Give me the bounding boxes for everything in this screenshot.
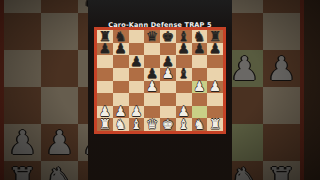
square-a7: ♟	[97, 43, 113, 56]
black-pawn: ♟	[176, 43, 192, 56]
square-b5	[41, 13, 78, 50]
square-c1: ♝	[129, 118, 145, 131]
square-h3	[263, 87, 300, 124]
square-a4	[4, 50, 41, 87]
square-c5	[129, 68, 145, 81]
white-king: ♚	[160, 118, 176, 131]
square-g7: ♟	[192, 43, 208, 56]
chess-board-container: ♜♞♛♚♝♞♜♟♟♟♟♟♟♟♟♟♝♟♟♟♟♟♟♟♜♞♝♛♚♝♞♜	[94, 27, 226, 134]
black-pawn: ♟	[113, 43, 129, 56]
square-e5: ♟	[160, 68, 176, 81]
square-h7: ♟	[207, 43, 223, 56]
square-h6	[207, 55, 223, 68]
square-h4: ♟	[263, 50, 300, 87]
square-e3	[160, 93, 176, 106]
white-rook: ♜	[97, 118, 113, 131]
square-b4	[41, 50, 78, 87]
square-d7	[144, 43, 160, 56]
black-pawn: ♟	[129, 55, 145, 68]
square-f4	[176, 81, 192, 94]
white-knight: ♞	[113, 118, 129, 131]
black-king: ♚	[160, 30, 176, 43]
square-a6	[97, 55, 113, 68]
square-e1: ♚	[160, 118, 176, 131]
square-b2: ♟	[41, 124, 78, 161]
square-b7: ♟	[113, 43, 129, 56]
chess-board: ♜♞♛♚♝♞♜♟♟♟♟♟♟♟♟♟♝♟♟♟♟♟♟♟♜♞♝♛♚♝♞♜	[94, 27, 226, 134]
square-g1: ♞	[192, 118, 208, 131]
square-h6	[263, 0, 300, 13]
square-f7: ♟	[176, 43, 192, 56]
white-queen: ♛	[144, 118, 160, 131]
square-c6: ♟	[129, 55, 145, 68]
square-c8	[129, 30, 145, 43]
square-a4	[97, 81, 113, 94]
square-g3	[192, 93, 208, 106]
square-h4: ♟	[207, 81, 223, 94]
square-b4	[113, 81, 129, 94]
video-frame[interactable]: Caro-Kann Defense TRAP 5 ♜♞♛♚♝♞♜♟♟♟♟♟♟♟♟…	[88, 0, 232, 180]
square-d4: ♟	[144, 81, 160, 94]
white-rook: ♜	[207, 118, 223, 131]
white-pawn: ♟	[192, 81, 208, 94]
white-knight: ♞	[41, 161, 78, 180]
square-a1: ♜	[4, 161, 41, 180]
black-pawn: ♟	[97, 43, 113, 56]
square-d3	[144, 93, 160, 106]
white-pawn: ♟	[160, 68, 176, 81]
square-f1: ♝	[176, 118, 192, 131]
white-bishop: ♝	[176, 118, 192, 131]
square-d8: ♛	[144, 30, 160, 43]
square-f5: ♝	[176, 68, 192, 81]
white-rook: ♜	[4, 161, 41, 180]
square-a2: ♟	[4, 124, 41, 161]
white-pawn: ♟	[144, 81, 160, 94]
black-bishop: ♝	[176, 68, 192, 81]
square-h1: ♜	[207, 118, 223, 131]
square-d1: ♛	[144, 118, 160, 131]
black-pawn: ♟	[192, 43, 208, 56]
white-pawn: ♟	[207, 81, 223, 94]
square-b1: ♞	[113, 118, 129, 131]
square-h1: ♜	[263, 161, 300, 180]
square-a3	[4, 87, 41, 124]
white-knight: ♞	[192, 118, 208, 131]
square-e4	[160, 81, 176, 94]
square-h3	[207, 93, 223, 106]
square-a5	[4, 13, 41, 50]
black-queen: ♛	[144, 30, 160, 43]
white-pawn: ♟	[41, 124, 78, 161]
square-h2	[263, 124, 300, 161]
square-b6	[41, 0, 78, 13]
white-pawn: ♟	[263, 50, 300, 87]
white-pawn: ♟	[4, 124, 41, 161]
square-b3	[41, 87, 78, 124]
square-g6	[192, 55, 208, 68]
square-c4	[129, 81, 145, 94]
square-b6	[113, 55, 129, 68]
square-e8: ♚	[160, 30, 176, 43]
square-h5	[263, 13, 300, 50]
square-a1: ♜	[97, 118, 113, 131]
square-a6	[4, 0, 41, 13]
square-b1: ♞	[41, 161, 78, 180]
white-bishop: ♝	[129, 118, 145, 131]
square-a5	[97, 68, 113, 81]
square-b5	[113, 68, 129, 81]
white-rook: ♜	[263, 161, 300, 180]
black-pawn: ♟	[207, 43, 223, 56]
square-g4: ♟	[192, 81, 208, 94]
